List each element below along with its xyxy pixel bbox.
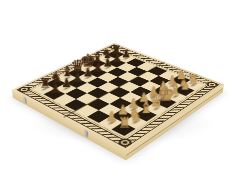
piece-white-pawn: ♟ [105,110,117,124]
piece-black-pawn: ♟ [92,62,102,73]
product-photo: ♜♞♝♛♚♝♞♜♟♟♟♟♟♟♟♟♟♟♟♟♟♟♟♟♜♞♝♛♚♝♞♜ [0,0,236,177]
piece-black-pawn: ♟ [60,77,71,89]
piece-black-pawn: ♟ [49,83,60,95]
piece-black-rook: ♜ [38,77,50,90]
piece-black-pawn: ♟ [71,72,82,84]
piece-black-pawn: ♟ [121,48,131,59]
piece-white-rook: ♜ [117,115,130,130]
piece-black-pawn: ♟ [111,53,121,64]
piece-black-pawn: ♟ [102,57,112,68]
piece-black-pawn: ♟ [82,67,92,79]
